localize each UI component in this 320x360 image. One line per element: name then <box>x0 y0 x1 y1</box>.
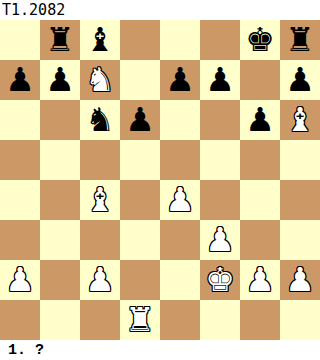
square-g8[interactable]: ♚ <box>240 20 280 60</box>
square-c7[interactable]: ♞ <box>80 60 120 100</box>
square-a6[interactable] <box>0 100 40 140</box>
black-pawn: ♟ <box>125 100 155 140</box>
white-pawn: ♟ <box>245 260 275 300</box>
white-rook: ♜ <box>125 300 155 340</box>
white-bishop: ♝ <box>285 100 315 140</box>
square-a1[interactable] <box>0 300 40 340</box>
square-d4[interactable] <box>120 180 160 220</box>
square-a2[interactable]: ♟ <box>0 260 40 300</box>
square-c3[interactable] <box>80 220 120 260</box>
white-pawn: ♟ <box>165 180 195 220</box>
square-f2[interactable]: ♚ <box>200 260 240 300</box>
square-a8[interactable] <box>0 20 40 60</box>
white-bishop: ♝ <box>85 180 115 220</box>
square-a5[interactable] <box>0 140 40 180</box>
square-f8[interactable] <box>200 20 240 60</box>
square-b7[interactable]: ♟ <box>40 60 80 100</box>
black-pawn: ♟ <box>5 60 35 100</box>
square-a7[interactable]: ♟ <box>0 60 40 100</box>
square-c4[interactable]: ♝ <box>80 180 120 220</box>
black-knight: ♞ <box>85 100 115 140</box>
square-e5[interactable] <box>160 140 200 180</box>
square-b4[interactable] <box>40 180 80 220</box>
square-e6[interactable] <box>160 100 200 140</box>
move-prompt: 1. ? <box>0 340 320 360</box>
chess-puzzle-app: T1.2082 ♜♝♚♜♟♟♞♟♟♟♞♟♟♝♝♟♟♟♟♚♟♟♜ 1. ? <box>0 0 320 360</box>
square-h4[interactable] <box>280 180 320 220</box>
black-bishop: ♝ <box>85 20 115 60</box>
black-pawn: ♟ <box>205 60 235 100</box>
square-f7[interactable]: ♟ <box>200 60 240 100</box>
square-d1[interactable]: ♜ <box>120 300 160 340</box>
square-e1[interactable] <box>160 300 200 340</box>
square-g7[interactable] <box>240 60 280 100</box>
white-pawn: ♟ <box>85 260 115 300</box>
square-a3[interactable] <box>0 220 40 260</box>
white-pawn: ♟ <box>5 260 35 300</box>
black-rook: ♜ <box>45 20 75 60</box>
square-f1[interactable] <box>200 300 240 340</box>
square-g4[interactable] <box>240 180 280 220</box>
black-pawn: ♟ <box>245 100 275 140</box>
square-b2[interactable] <box>40 260 80 300</box>
square-f3[interactable]: ♟ <box>200 220 240 260</box>
square-c2[interactable]: ♟ <box>80 260 120 300</box>
square-f6[interactable] <box>200 100 240 140</box>
square-d3[interactable] <box>120 220 160 260</box>
white-pawn: ♟ <box>205 220 235 260</box>
square-e8[interactable] <box>160 20 200 60</box>
square-c1[interactable] <box>80 300 120 340</box>
square-g6[interactable]: ♟ <box>240 100 280 140</box>
square-c6[interactable]: ♞ <box>80 100 120 140</box>
square-e3[interactable] <box>160 220 200 260</box>
square-f5[interactable] <box>200 140 240 180</box>
square-g1[interactable] <box>240 300 280 340</box>
square-c5[interactable] <box>80 140 120 180</box>
square-h8[interactable]: ♜ <box>280 20 320 60</box>
chess-board: ♜♝♚♜♟♟♞♟♟♟♞♟♟♝♝♟♟♟♟♚♟♟♜ <box>0 20 320 340</box>
square-d5[interactable] <box>120 140 160 180</box>
square-d7[interactable] <box>120 60 160 100</box>
square-e7[interactable]: ♟ <box>160 60 200 100</box>
square-h2[interactable]: ♟ <box>280 260 320 300</box>
square-b3[interactable] <box>40 220 80 260</box>
square-e4[interactable]: ♟ <box>160 180 200 220</box>
square-h3[interactable] <box>280 220 320 260</box>
square-b5[interactable] <box>40 140 80 180</box>
black-king: ♚ <box>245 20 275 60</box>
black-pawn: ♟ <box>165 60 195 100</box>
white-king: ♚ <box>205 260 235 300</box>
black-rook: ♜ <box>285 20 315 60</box>
square-d6[interactable]: ♟ <box>120 100 160 140</box>
black-pawn: ♟ <box>285 60 315 100</box>
puzzle-id: T1.2082 <box>0 0 320 20</box>
white-pawn: ♟ <box>285 260 315 300</box>
square-a4[interactable] <box>0 180 40 220</box>
square-b8[interactable]: ♜ <box>40 20 80 60</box>
square-h1[interactable] <box>280 300 320 340</box>
square-h6[interactable]: ♝ <box>280 100 320 140</box>
square-g5[interactable] <box>240 140 280 180</box>
square-d8[interactable] <box>120 20 160 60</box>
square-f4[interactable] <box>200 180 240 220</box>
square-h5[interactable] <box>280 140 320 180</box>
white-knight: ♞ <box>85 60 115 100</box>
square-e2[interactable] <box>160 260 200 300</box>
square-g2[interactable]: ♟ <box>240 260 280 300</box>
square-c8[interactable]: ♝ <box>80 20 120 60</box>
square-b1[interactable] <box>40 300 80 340</box>
square-g3[interactable] <box>240 220 280 260</box>
square-b6[interactable] <box>40 100 80 140</box>
square-h7[interactable]: ♟ <box>280 60 320 100</box>
square-d2[interactable] <box>120 260 160 300</box>
black-pawn: ♟ <box>45 60 75 100</box>
